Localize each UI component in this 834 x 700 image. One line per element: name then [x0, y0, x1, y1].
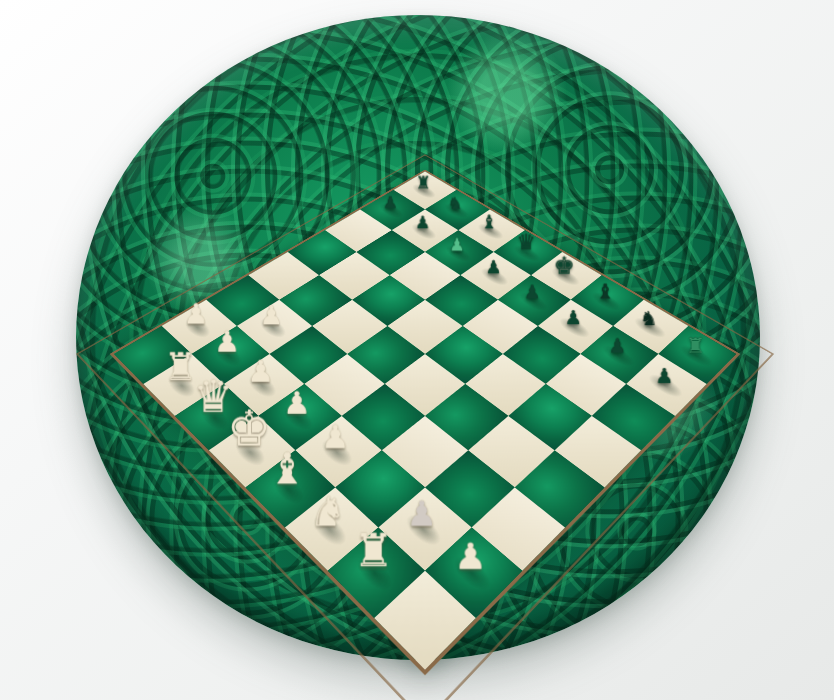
- white-pawn-glyph: ♟: [436, 538, 504, 574]
- photo-background: ♜♞♝♛♚♝♞♜♟♟♟♟♟♟♟♟♟♟♟♟♟♟♟♟♜♛♚♝♞♜: [0, 0, 834, 700]
- black-queen-glyph: ♛: [502, 232, 550, 254]
- black-pawn-glyph: ♟: [547, 309, 599, 328]
- white-rook-glyph: ♜: [339, 529, 407, 574]
- black-rook-glyph: ♜: [668, 335, 722, 356]
- black-rook-glyph: ♜: [401, 174, 445, 191]
- malachite-disc: ♜♞♝♛♚♝♞♜♟♟♟♟♟♟♟♟♟♟♟♟♟♟♟♟♜♛♚♝♞♜: [76, 15, 760, 660]
- black-pawn-glyph: ♟: [433, 236, 481, 254]
- white-knight-glyph: ♞: [295, 490, 360, 531]
- white-pawn-glyph: ♟: [389, 496, 454, 531]
- black-king-glyph: ♚: [540, 253, 589, 277]
- black-pawn-glyph: ♟: [590, 336, 644, 356]
- square-h4[interactable]: [515, 450, 605, 527]
- square-g6[interactable]: [546, 354, 626, 416]
- black-knight-glyph: ♞: [433, 194, 478, 211]
- black-pawn-glyph: ♟: [399, 215, 445, 232]
- black-pawn-glyph: ♟: [636, 366, 692, 387]
- black-bishop-glyph: ♝: [466, 213, 512, 232]
- white-pawn-glyph: ♟: [245, 302, 297, 328]
- black-pawn-glyph: ♟: [469, 259, 518, 277]
- board-perspective: ♜♞♝♛♚♝♞♜♟♟♟♟♟♟♟♟♟♟♟♟♟♟♟♟♜♛♚♝♞♜: [110, 170, 741, 676]
- chess-board: ♜♞♝♛♚♝♞♜♟♟♟♟♟♟♟♟♟♟♟♟♟♟♟♟♜♛♚♝♞♜: [110, 170, 741, 676]
- black-pawn-glyph: ♟: [507, 283, 558, 302]
- black-pawn-glyph: ♟: [368, 194, 413, 211]
- black-knight-glyph: ♞: [622, 309, 674, 328]
- white-bishop-glyph: ♝: [255, 447, 317, 490]
- black-bishop-glyph: ♝: [580, 281, 631, 302]
